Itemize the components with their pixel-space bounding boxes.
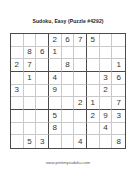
sudoku-cell-r6c6[interactable]: 2 <box>74 97 87 110</box>
sudoku-cell-r6c3[interactable] <box>36 97 49 110</box>
sudoku-cell-r4c3[interactable] <box>36 72 49 85</box>
sudoku-cell-r6c8[interactable] <box>100 97 113 110</box>
sudoku-cell-r6c5[interactable] <box>62 97 75 110</box>
sudoku-cell-r2c1[interactable] <box>11 47 24 60</box>
sudoku-cell-r1c5[interactable]: 6 <box>62 34 75 47</box>
sudoku-cell-r9c4[interactable] <box>49 135 62 148</box>
sudoku-cell-r1c7[interactable]: 5 <box>87 34 100 47</box>
sudoku-cell-r3c6[interactable] <box>74 59 87 72</box>
sudoku-cell-r4c9[interactable]: 6 <box>112 72 125 85</box>
sudoku-cell-r9c5[interactable] <box>62 135 75 148</box>
sudoku-cell-r7c5[interactable] <box>62 110 75 123</box>
sudoku-cell-r3c7[interactable] <box>87 59 100 72</box>
sudoku-cell-r7c6[interactable] <box>74 110 87 123</box>
sudoku-cell-r9c9[interactable]: 8 <box>112 135 125 148</box>
sudoku-cell-r8c4[interactable]: 8 <box>49 123 62 136</box>
sudoku-cell-r9c6[interactable]: 4 <box>74 135 87 148</box>
sudoku-cell-r5c2[interactable] <box>24 85 37 98</box>
sudoku-cell-r5c1[interactable]: 3 <box>11 85 24 98</box>
sudoku-cell-r7c8[interactable]: 9 <box>100 110 113 123</box>
sudoku-cell-r7c9[interactable]: 3 <box>112 110 125 123</box>
sudoku-cell-r2c6[interactable] <box>74 47 87 60</box>
sudoku-cell-r3c1[interactable]: 2 <box>11 59 24 72</box>
sudoku-cell-r7c2[interactable] <box>24 110 37 123</box>
sudoku-cell-r5c8[interactable]: 2 <box>100 85 113 98</box>
sudoku-cell-r2c8[interactable] <box>100 47 113 60</box>
sudoku-cell-r3c8[interactable] <box>100 59 113 72</box>
sudoku-cell-r8c7[interactable] <box>87 123 100 136</box>
sudoku-cell-r3c3[interactable] <box>36 59 49 72</box>
sudoku-cell-r2c2[interactable]: 8 <box>24 47 37 60</box>
sudoku-cell-r1c3[interactable] <box>36 34 49 47</box>
sudoku-cell-r3c9[interactable]: 1 <box>112 59 125 72</box>
sudoku-cell-r1c4[interactable]: 2 <box>49 34 62 47</box>
sudoku-cell-r4c4[interactable]: 4 <box>49 72 62 85</box>
sudoku-cell-r6c9[interactable]: 7 <box>112 97 125 110</box>
sudoku-cell-r6c7[interactable]: 1 <box>87 97 100 110</box>
sudoku-cell-r8c3[interactable] <box>36 123 49 136</box>
sudoku-board: 2675861278114363922175293845348 <box>10 33 126 149</box>
sudoku-cell-r2c3[interactable]: 6 <box>36 47 49 60</box>
sudoku-cell-r5c9[interactable] <box>112 85 125 98</box>
sudoku-cell-r2c5[interactable] <box>62 47 75 60</box>
sudoku-cell-r1c6[interactable]: 7 <box>74 34 87 47</box>
sudoku-cell-r4c7[interactable] <box>87 72 100 85</box>
sudoku-cell-r5c5[interactable] <box>62 85 75 98</box>
sudoku-cell-r4c1[interactable] <box>11 72 24 85</box>
sudoku-cell-r4c2[interactable]: 1 <box>24 72 37 85</box>
sudoku-cell-r3c5[interactable]: 8 <box>62 59 75 72</box>
sudoku-cell-r5c6[interactable] <box>74 85 87 98</box>
sudoku-cell-r8c6[interactable] <box>74 123 87 136</box>
sudoku-cell-r5c7[interactable] <box>87 85 100 98</box>
sudoku-cell-r1c1[interactable] <box>11 34 24 47</box>
sudoku-cell-r4c5[interactable] <box>62 72 75 85</box>
sudoku-cell-r7c7[interactable]: 2 <box>87 110 100 123</box>
sudoku-cell-r9c3[interactable]: 3 <box>36 135 49 148</box>
sudoku-cell-r9c7[interactable] <box>87 135 100 148</box>
sudoku-cell-r8c5[interactable] <box>62 123 75 136</box>
sudoku-cell-r9c1[interactable] <box>11 135 24 148</box>
sudoku-cell-r9c2[interactable]: 5 <box>24 135 37 148</box>
sudoku-page: Sudoku, Easy (Puzzle #4292) 267586127811… <box>0 0 136 176</box>
sudoku-cell-r2c4[interactable]: 1 <box>49 47 62 60</box>
sudoku-cell-r6c4[interactable] <box>49 97 62 110</box>
sudoku-cell-r1c2[interactable] <box>24 34 37 47</box>
sudoku-cell-r2c7[interactable] <box>87 47 100 60</box>
footer-url: www.printmysudoku.com <box>0 160 136 165</box>
sudoku-cell-r8c2[interactable] <box>24 123 37 136</box>
sudoku-cell-r9c8[interactable] <box>100 135 113 148</box>
sudoku-cell-r6c1[interactable] <box>11 97 24 110</box>
sudoku-cell-r1c8[interactable] <box>100 34 113 47</box>
sudoku-cell-r8c9[interactable] <box>112 123 125 136</box>
puzzle-title: Sudoku, Easy (Puzzle #4292) <box>0 18 136 24</box>
sudoku-cell-r4c8[interactable]: 3 <box>100 72 113 85</box>
sudoku-cell-r3c4[interactable] <box>49 59 62 72</box>
sudoku-cell-r4c6[interactable] <box>74 72 87 85</box>
sudoku-cell-r5c3[interactable] <box>36 85 49 98</box>
sudoku-cell-r5c4[interactable]: 9 <box>49 85 62 98</box>
sudoku-cell-r7c4[interactable]: 5 <box>49 110 62 123</box>
sudoku-cell-r8c1[interactable] <box>11 123 24 136</box>
sudoku-cell-r3c2[interactable]: 7 <box>24 59 37 72</box>
sudoku-cell-r6c2[interactable] <box>24 97 37 110</box>
sudoku-cell-r7c1[interactable] <box>11 110 24 123</box>
sudoku-cell-r2c9[interactable] <box>112 47 125 60</box>
sudoku-cell-r1c9[interactable] <box>112 34 125 47</box>
sudoku-cell-r8c8[interactable]: 4 <box>100 123 113 136</box>
sudoku-cell-r7c3[interactable] <box>36 110 49 123</box>
